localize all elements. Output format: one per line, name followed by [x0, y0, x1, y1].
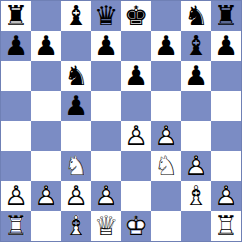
- chess-board: ♜♝♛♚♞♜♟♟♟♟♝♟♞♟♟♟♟♙♟♙♞♘♞♘♟♙♟♙♟♙♟♙♟♙♝♗♟♙♜♖…: [0, 0, 242, 242]
- square-h5[interactable]: [211, 91, 241, 121]
- square-h1[interactable]: ♜♖: [211, 211, 241, 241]
- piece-white-pawn-fill: ♟: [91, 181, 121, 211]
- square-b7[interactable]: ♟: [31, 31, 61, 61]
- piece-black-bishop[interactable]: ♝: [181, 31, 211, 61]
- square-g5[interactable]: [181, 91, 211, 121]
- square-f4[interactable]: ♟♙: [151, 121, 181, 151]
- square-d5[interactable]: [91, 91, 121, 121]
- piece-white-bishop[interactable]: ♗: [181, 181, 211, 211]
- square-d2[interactable]: ♟♙: [91, 181, 121, 211]
- square-h7[interactable]: ♟: [211, 31, 241, 61]
- square-d7[interactable]: ♟: [91, 31, 121, 61]
- square-a1[interactable]: ♜♖: [1, 211, 31, 241]
- square-e8[interactable]: ♚: [121, 1, 151, 31]
- piece-black-rook[interactable]: ♜: [211, 1, 241, 31]
- piece-black-knight[interactable]: ♞: [181, 1, 211, 31]
- square-c8[interactable]: ♝: [61, 1, 91, 31]
- square-h4[interactable]: [211, 121, 241, 151]
- square-b3[interactable]: [31, 151, 61, 181]
- square-c7[interactable]: [61, 31, 91, 61]
- piece-white-knight[interactable]: ♘: [61, 151, 91, 181]
- piece-white-bishop[interactable]: ♗: [61, 211, 91, 241]
- square-c1[interactable]: ♝♗: [61, 211, 91, 241]
- square-g2[interactable]: ♝♗: [181, 181, 211, 211]
- square-f1[interactable]: [151, 211, 181, 241]
- square-f3[interactable]: ♞♘: [151, 151, 181, 181]
- square-e3[interactable]: [121, 151, 151, 181]
- piece-white-pawn-fill: ♟: [121, 121, 151, 151]
- square-a5[interactable]: [1, 91, 31, 121]
- square-d3[interactable]: [91, 151, 121, 181]
- square-b1[interactable]: [31, 211, 61, 241]
- piece-white-pawn[interactable]: ♙: [31, 181, 61, 211]
- square-c4[interactable]: [61, 121, 91, 151]
- piece-white-rook[interactable]: ♖: [1, 211, 31, 241]
- piece-black-bishop[interactable]: ♝: [61, 1, 91, 31]
- piece-black-king[interactable]: ♚: [121, 1, 151, 31]
- piece-white-queen-fill: ♛: [91, 211, 121, 241]
- piece-white-bishop-fill: ♝: [181, 181, 211, 211]
- square-g3[interactable]: ♟♙: [181, 151, 211, 181]
- square-f7[interactable]: ♟: [151, 31, 181, 61]
- piece-white-rook-fill: ♜: [1, 211, 31, 241]
- square-a3[interactable]: [1, 151, 31, 181]
- piece-white-king-fill: ♚: [121, 211, 151, 241]
- piece-black-pawn[interactable]: ♟: [61, 91, 91, 121]
- piece-black-pawn[interactable]: ♟: [181, 61, 211, 91]
- square-b8[interactable]: [31, 1, 61, 31]
- square-f6[interactable]: [151, 61, 181, 91]
- piece-white-pawn-fill: ♟: [211, 181, 241, 211]
- square-e2[interactable]: [121, 181, 151, 211]
- square-d8[interactable]: ♛: [91, 1, 121, 31]
- piece-black-queen[interactable]: ♛: [91, 1, 121, 31]
- square-g7[interactable]: ♝: [181, 31, 211, 61]
- piece-black-pawn[interactable]: ♟: [31, 31, 61, 61]
- piece-white-knight-fill: ♞: [61, 151, 91, 181]
- piece-white-bishop-fill: ♝: [61, 211, 91, 241]
- piece-white-pawn[interactable]: ♙: [61, 181, 91, 211]
- square-f2[interactable]: [151, 181, 181, 211]
- square-c2[interactable]: ♟♙: [61, 181, 91, 211]
- square-f5[interactable]: [151, 91, 181, 121]
- piece-black-knight[interactable]: ♞: [61, 61, 91, 91]
- square-c6[interactable]: ♞: [61, 61, 91, 91]
- piece-white-pawn[interactable]: ♙: [1, 181, 31, 211]
- piece-white-rook-fill: ♜: [211, 211, 241, 241]
- piece-black-pawn[interactable]: ♟: [1, 31, 31, 61]
- piece-black-rook[interactable]: ♜: [1, 1, 31, 31]
- piece-white-king[interactable]: ♔: [121, 211, 151, 241]
- piece-white-pawn[interactable]: ♙: [91, 181, 121, 211]
- piece-white-pawn-fill: ♟: [181, 151, 211, 181]
- piece-black-pawn[interactable]: ♟: [91, 31, 121, 61]
- square-g4[interactable]: [181, 121, 211, 151]
- piece-white-pawn-fill: ♟: [151, 121, 181, 151]
- square-a7[interactable]: ♟: [1, 31, 31, 61]
- square-f8[interactable]: [151, 1, 181, 31]
- piece-white-pawn-fill: ♟: [31, 181, 61, 211]
- square-e6[interactable]: ♟: [121, 61, 151, 91]
- square-g6[interactable]: ♟: [181, 61, 211, 91]
- piece-white-pawn[interactable]: ♙: [211, 181, 241, 211]
- piece-white-pawn[interactable]: ♙: [121, 121, 151, 151]
- square-b2[interactable]: ♟♙: [31, 181, 61, 211]
- square-d1[interactable]: ♛♕: [91, 211, 121, 241]
- square-g8[interactable]: ♞: [181, 1, 211, 31]
- piece-white-knight-fill: ♞: [151, 151, 181, 181]
- square-h3[interactable]: [211, 151, 241, 181]
- piece-black-pawn[interactable]: ♟: [151, 31, 181, 61]
- square-a6[interactable]: [1, 61, 31, 91]
- square-e5[interactable]: [121, 91, 151, 121]
- piece-white-pawn-fill: ♟: [61, 181, 91, 211]
- square-a4[interactable]: [1, 121, 31, 151]
- square-d6[interactable]: [91, 61, 121, 91]
- square-a2[interactable]: ♟♙: [1, 181, 31, 211]
- square-h8[interactable]: ♜: [211, 1, 241, 31]
- square-e7[interactable]: [121, 31, 151, 61]
- piece-black-pawn[interactable]: ♟: [211, 31, 241, 61]
- square-g1[interactable]: [181, 211, 211, 241]
- square-a8[interactable]: ♜: [1, 1, 31, 31]
- piece-white-pawn-fill: ♟: [1, 181, 31, 211]
- square-h6[interactable]: [211, 61, 241, 91]
- square-b4[interactable]: [31, 121, 61, 151]
- square-h2[interactable]: ♟♙: [211, 181, 241, 211]
- square-b6[interactable]: [31, 61, 61, 91]
- piece-white-rook[interactable]: ♖: [211, 211, 241, 241]
- piece-white-pawn[interactable]: ♙: [151, 121, 181, 151]
- square-d4[interactable]: [91, 121, 121, 151]
- square-c5[interactable]: ♟: [61, 91, 91, 121]
- piece-black-pawn[interactable]: ♟: [121, 61, 151, 91]
- square-e4[interactable]: ♟♙: [121, 121, 151, 151]
- piece-white-queen[interactable]: ♕: [91, 211, 121, 241]
- piece-white-knight[interactable]: ♘: [151, 151, 181, 181]
- square-b5[interactable]: [31, 91, 61, 121]
- piece-white-pawn[interactable]: ♙: [181, 151, 211, 181]
- square-c3[interactable]: ♞♘: [61, 151, 91, 181]
- square-e1[interactable]: ♚♔: [121, 211, 151, 241]
